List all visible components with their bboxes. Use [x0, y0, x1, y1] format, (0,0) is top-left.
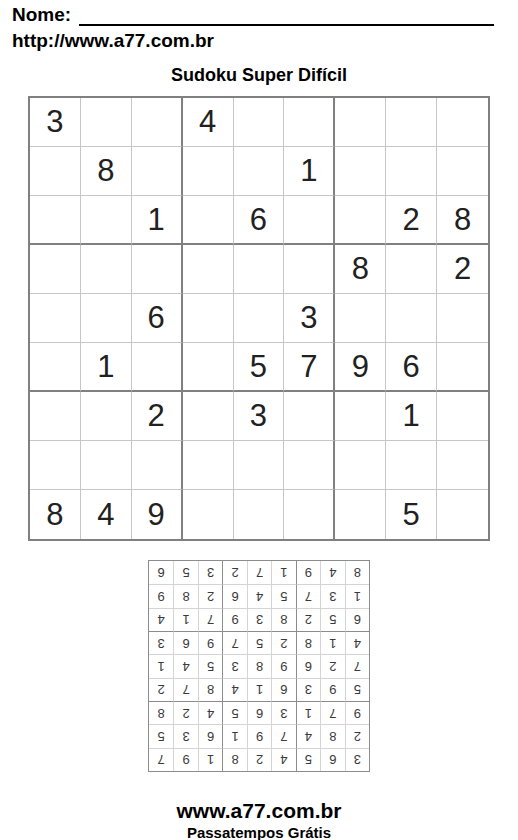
puzzle-cell-r4c1	[30, 245, 81, 294]
puzzle-cell-r2c4	[183, 147, 234, 196]
puzzle-cell-r8c5	[234, 441, 285, 490]
solution-cell-r1c3: 5	[296, 748, 320, 771]
solution-cell-r3c9: 8	[149, 701, 173, 724]
solution-cell-r8c9: 9	[149, 584, 173, 607]
solution-cell-r6c7: 9	[198, 631, 222, 654]
puzzle-cell-r7c8: 1	[386, 392, 437, 441]
solution-cell-r6c3: 8	[296, 631, 320, 654]
puzzle-cell-r4c7: 8	[335, 245, 386, 294]
puzzle-cell-r1c8	[386, 98, 437, 147]
solution-cell-r6c5: 5	[247, 631, 271, 654]
solution-cell-r4c2: 9	[320, 678, 344, 701]
puzzle-cell-r3c2	[81, 196, 132, 245]
header: Nome: http://www.a77.com.br	[0, 0, 518, 53]
footer: www.a77.com.br Passatempos Grátis	[0, 799, 518, 840]
puzzle-cell-r1c9	[437, 98, 488, 147]
puzzle-cell-r7c3: 2	[132, 392, 183, 441]
solution-cell-r6c4: 2	[271, 631, 295, 654]
solution-cell-r8c5: 4	[247, 584, 271, 607]
puzzle-cell-r6c3	[132, 343, 183, 392]
puzzle-cell-r7c5: 3	[234, 392, 285, 441]
solution-cell-r9c5: 7	[247, 561, 271, 584]
puzzle-cell-r8c4	[183, 441, 234, 490]
puzzle-cell-r5c5	[234, 294, 285, 343]
solution-cell-r5c1: 7	[345, 654, 369, 677]
solution-cell-r2c8: 3	[173, 724, 197, 747]
puzzle-cell-r7c2	[81, 392, 132, 441]
solution-cell-r2c4: 7	[271, 724, 295, 747]
solution-cell-r8c8: 8	[173, 584, 197, 607]
solution-cell-r5c6: 3	[222, 654, 246, 677]
solution-cell-r1c5: 2	[247, 748, 271, 771]
solution-cell-r5c3: 6	[296, 654, 320, 677]
puzzle-cell-r2c6: 1	[284, 147, 335, 196]
solution-cell-r7c8: 1	[173, 608, 197, 631]
solution-cell-r5c9: 1	[149, 654, 173, 677]
puzzle-cell-r4c5	[234, 245, 285, 294]
solution-cell-r8c7: 2	[198, 584, 222, 607]
puzzle-cell-r8c9	[437, 441, 488, 490]
solution-cell-r2c9: 5	[149, 724, 173, 747]
solution-cell-r3c8: 2	[173, 701, 197, 724]
puzzle-cell-r6c1	[30, 343, 81, 392]
puzzle-cell-r7c6	[284, 392, 335, 441]
solution-board-rotated: 3654281972847916359713654285936148727269…	[148, 560, 370, 772]
puzzle-cell-r2c1	[30, 147, 81, 196]
puzzle-cell-r1c7	[335, 98, 386, 147]
solution-cell-r8c1: 1	[345, 584, 369, 607]
solution-cell-r7c9: 4	[149, 608, 173, 631]
solution-cell-r7c6: 9	[222, 608, 246, 631]
solution-cell-r5c8: 4	[173, 654, 197, 677]
puzzle-cell-r6c8: 6	[386, 343, 437, 392]
puzzle-cell-r6c9	[437, 343, 488, 392]
puzzle-cell-r1c5	[234, 98, 285, 147]
puzzle-cell-r2c7	[335, 147, 386, 196]
solution-cell-r4c7: 8	[198, 678, 222, 701]
solution-cell-r7c2: 5	[320, 608, 344, 631]
puzzle-cell-r3c3: 1	[132, 196, 183, 245]
puzzle-cell-r9c1: 8	[30, 490, 81, 539]
solution-cell-r9c3: 9	[296, 561, 320, 584]
puzzle-cell-r3c1	[30, 196, 81, 245]
puzzle-cell-r3c5: 6	[234, 196, 285, 245]
solution-cell-r6c2: 1	[320, 631, 344, 654]
solution-cell-r8c2: 3	[320, 584, 344, 607]
puzzle-cell-r8c6	[284, 441, 335, 490]
footer-tagline: Passatempos Grátis	[0, 824, 518, 840]
puzzle-cell-r1c3	[132, 98, 183, 147]
solution-cell-r3c2: 7	[320, 701, 344, 724]
solution-cell-r3c1: 9	[345, 701, 369, 724]
puzzle-cell-r6c4	[183, 343, 234, 392]
puzzle-cell-r5c1	[30, 294, 81, 343]
puzzle-cell-r3c8: 2	[386, 196, 437, 245]
puzzle-cell-r3c9: 8	[437, 196, 488, 245]
solution-cell-r4c6: 4	[222, 678, 246, 701]
puzzle-cell-r9c4	[183, 490, 234, 539]
solution-cell-r7c7: 7	[198, 608, 222, 631]
puzzle-cell-r4c9: 2	[437, 245, 488, 294]
solution-cell-r9c1: 8	[345, 561, 369, 584]
solution-cell-r7c5: 3	[247, 608, 271, 631]
puzzle-cell-r2c8	[386, 147, 437, 196]
puzzle-cell-r4c2	[81, 245, 132, 294]
puzzle-cell-r1c6	[284, 98, 335, 147]
puzzle-cell-r9c2: 4	[81, 490, 132, 539]
solution-cell-r3c7: 4	[198, 701, 222, 724]
solution-cell-r9c2: 4	[320, 561, 344, 584]
solution-cell-r4c4: 6	[271, 678, 295, 701]
puzzle-cell-r5c6: 3	[284, 294, 335, 343]
name-fill-line	[79, 6, 494, 26]
puzzle-cell-r4c6	[284, 245, 335, 294]
puzzle-cell-r2c5	[234, 147, 285, 196]
puzzle-cell-r6c2: 1	[81, 343, 132, 392]
puzzle-cell-r2c2: 8	[81, 147, 132, 196]
solution-cell-r5c4: 9	[271, 654, 295, 677]
puzzle-cell-r9c7	[335, 490, 386, 539]
puzzle-cell-r5c9	[437, 294, 488, 343]
solution-cell-r9c8: 5	[173, 561, 197, 584]
puzzle-cell-r3c6	[284, 196, 335, 245]
solution-cell-r6c6: 7	[222, 631, 246, 654]
page-title: Sudoku Super Difícil	[0, 65, 518, 86]
footer-site-text: www.a77.com.br	[0, 799, 518, 823]
site-url-text: http://www.a77.com.br	[12, 29, 494, 53]
solution-cell-r4c3: 3	[296, 678, 320, 701]
solution-cell-r6c9: 3	[149, 631, 173, 654]
puzzle-cell-r5c8	[386, 294, 437, 343]
solution-cell-r1c8: 9	[173, 748, 197, 771]
solution-cell-r4c1: 5	[345, 678, 369, 701]
name-label: Nome:	[12, 3, 71, 26]
puzzle-cell-r9c9	[437, 490, 488, 539]
solution-cell-r8c4: 5	[271, 584, 295, 607]
name-row: Nome:	[12, 3, 494, 26]
solution-cell-r9c7: 3	[198, 561, 222, 584]
puzzle-cell-r4c4	[183, 245, 234, 294]
solution-cell-r6c8: 6	[173, 631, 197, 654]
solution-cell-r7c1: 6	[345, 608, 369, 631]
puzzle-cell-r5c7	[335, 294, 386, 343]
puzzle-cell-r7c4	[183, 392, 234, 441]
puzzle-cell-r7c9	[437, 392, 488, 441]
puzzle-cell-r8c3	[132, 441, 183, 490]
puzzle-cell-r3c4	[183, 196, 234, 245]
solution-cell-r7c3: 2	[296, 608, 320, 631]
solution-cell-r1c9: 7	[149, 748, 173, 771]
puzzle-cell-r6c6: 7	[284, 343, 335, 392]
solution-cell-r2c6: 1	[222, 724, 246, 747]
solution-cell-r1c2: 6	[320, 748, 344, 771]
puzzle-cell-r7c7	[335, 392, 386, 441]
solution-cell-r2c2: 8	[320, 724, 344, 747]
solution-cell-r5c7: 5	[198, 654, 222, 677]
solution-cell-r5c5: 8	[247, 654, 271, 677]
puzzle-cell-r7c1	[30, 392, 81, 441]
puzzle-cell-r2c9	[437, 147, 488, 196]
solution-cell-r4c5: 1	[247, 678, 271, 701]
solution-cell-r8c3: 7	[296, 584, 320, 607]
solution-cell-r5c2: 2	[320, 654, 344, 677]
sudoku-board: 348116288263157962318495	[28, 96, 490, 541]
solution-cell-r4c9: 2	[149, 678, 173, 701]
solution-cell-r9c4: 1	[271, 561, 295, 584]
solution-cell-r2c5: 9	[247, 724, 271, 747]
puzzle-cell-r9c5	[234, 490, 285, 539]
puzzle-cell-r3c7	[335, 196, 386, 245]
puzzle-cell-r1c2	[81, 98, 132, 147]
solution-cell-r7c4: 8	[271, 608, 295, 631]
solution-cell-r2c7: 6	[198, 724, 222, 747]
puzzle-cell-r8c8	[386, 441, 437, 490]
solution-cell-r8c6: 6	[222, 584, 246, 607]
puzzle-cell-r1c1: 3	[30, 98, 81, 147]
solution-cell-r9c6: 2	[222, 561, 246, 584]
puzzle-cell-r1c4: 4	[183, 98, 234, 147]
solution-cell-r1c1: 3	[345, 748, 369, 771]
puzzle-cell-r9c3: 9	[132, 490, 183, 539]
solution-cell-r2c1: 2	[345, 724, 369, 747]
puzzle-cell-r5c4	[183, 294, 234, 343]
solution-cell-r1c7: 1	[198, 748, 222, 771]
puzzle-cell-r2c3	[132, 147, 183, 196]
solution-cell-r1c4: 4	[271, 748, 295, 771]
solution-cell-r4c8: 7	[173, 678, 197, 701]
solution-cell-r3c4: 3	[271, 701, 295, 724]
puzzle-cell-r5c3: 6	[132, 294, 183, 343]
puzzle-cell-r8c2	[81, 441, 132, 490]
puzzle-cell-r8c7	[335, 441, 386, 490]
solution-cell-r3c6: 5	[222, 701, 246, 724]
solution-cell-r3c3: 1	[296, 701, 320, 724]
puzzle-cell-r8c1	[30, 441, 81, 490]
puzzle-cell-r5c2	[81, 294, 132, 343]
puzzle-cell-r6c7: 9	[335, 343, 386, 392]
solution-cell-r9c9: 6	[149, 561, 173, 584]
solution-cell-r1c6: 8	[222, 748, 246, 771]
solution-cell-r2c3: 4	[296, 724, 320, 747]
puzzle-cell-r6c5: 5	[234, 343, 285, 392]
puzzle-cell-r9c8: 5	[386, 490, 437, 539]
puzzle-cell-r4c8	[386, 245, 437, 294]
solution-cell-r3c5: 6	[247, 701, 271, 724]
solution-cell-r6c1: 4	[345, 631, 369, 654]
puzzle-cell-r9c6	[284, 490, 335, 539]
puzzle-cell-r4c3	[132, 245, 183, 294]
